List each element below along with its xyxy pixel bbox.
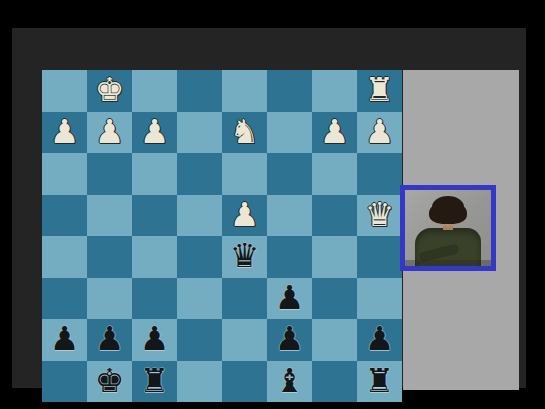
black-pawn: ♟	[275, 281, 305, 314]
board-square: ♜	[132, 361, 177, 403]
board-square	[132, 278, 177, 320]
board-square	[312, 236, 357, 278]
white-pawn: ♟	[365, 115, 395, 148]
board-square	[267, 153, 312, 195]
board-square	[222, 278, 267, 320]
board-square	[132, 153, 177, 195]
white-rook: ♜	[365, 73, 395, 106]
board-square	[42, 153, 87, 195]
white-pawn: ♟	[140, 115, 170, 148]
board-square: ♟	[42, 319, 87, 361]
board-square	[177, 361, 222, 403]
board-square	[87, 236, 132, 278]
board-square: ♛	[222, 236, 267, 278]
instructor-hair	[432, 196, 464, 218]
board-square: ♟	[357, 112, 402, 154]
board-square	[222, 153, 267, 195]
board-square: ♟	[87, 319, 132, 361]
board-square: ♞	[222, 112, 267, 154]
board-square: ♟	[312, 112, 357, 154]
board-square	[177, 236, 222, 278]
board-square	[132, 70, 177, 112]
board-square	[267, 236, 312, 278]
board-square	[177, 319, 222, 361]
black-pawn: ♟	[50, 322, 80, 355]
board-square	[222, 361, 267, 403]
board-square	[357, 278, 402, 320]
board-square	[42, 195, 87, 237]
board-square: ♟	[357, 319, 402, 361]
board-square: ♚	[87, 361, 132, 403]
board-square	[87, 278, 132, 320]
white-pawn: ♟	[50, 115, 80, 148]
white-pawn: ♟	[95, 115, 125, 148]
board-square: ♜	[357, 70, 402, 112]
black-king: ♚	[95, 364, 125, 397]
board-square: ♟	[222, 195, 267, 237]
board-square	[357, 153, 402, 195]
white-pawn: ♟	[320, 115, 350, 148]
board-square	[42, 70, 87, 112]
black-pawn: ♟	[365, 322, 395, 355]
board-square: ♟	[132, 319, 177, 361]
board-square	[177, 112, 222, 154]
black-rook: ♜	[365, 364, 395, 397]
board-square	[312, 70, 357, 112]
instructor-video-inset	[400, 185, 496, 271]
board-square: ♟	[87, 112, 132, 154]
board-square	[312, 153, 357, 195]
board-square	[312, 278, 357, 320]
black-bishop: ♝	[275, 364, 305, 397]
black-pawn: ♟	[140, 322, 170, 355]
board-square: ♚	[87, 70, 132, 112]
video-content-area: ♚♜♟♟♟♞♟♟♟♛♛♟♟♟♟♟♟♚♜♝♜	[12, 28, 526, 388]
board-square	[357, 236, 402, 278]
board-square	[267, 112, 312, 154]
board-square	[312, 361, 357, 403]
board-square: ♛	[357, 195, 402, 237]
instructor-desk-shadow	[405, 260, 491, 266]
white-pawn: ♟	[230, 198, 260, 231]
white-king: ♚	[95, 73, 125, 106]
chess-board: ♚♜♟♟♟♞♟♟♟♛♛♟♟♟♟♟♟♚♜♝♜	[42, 70, 402, 402]
board-square	[132, 236, 177, 278]
board-square	[42, 236, 87, 278]
board-square: ♜	[357, 361, 402, 403]
board-square	[132, 195, 177, 237]
board-square	[87, 153, 132, 195]
black-rook: ♜	[140, 364, 170, 397]
black-pawn: ♟	[95, 322, 125, 355]
board-square	[42, 361, 87, 403]
board-square	[222, 70, 267, 112]
black-pawn: ♟	[275, 322, 305, 355]
instructor-video-screen	[405, 190, 491, 266]
board-square: ♟	[132, 112, 177, 154]
board-square	[222, 319, 267, 361]
board-square: ♟	[267, 278, 312, 320]
board-square	[312, 195, 357, 237]
white-knight: ♞	[230, 115, 260, 148]
board-square	[87, 195, 132, 237]
board-square	[42, 278, 87, 320]
board-square: ♟	[267, 319, 312, 361]
board-square	[177, 195, 222, 237]
black-queen: ♛	[230, 239, 260, 272]
board-square	[177, 70, 222, 112]
board-square	[267, 70, 312, 112]
board-square: ♟	[42, 112, 87, 154]
board-square	[177, 153, 222, 195]
board-square: ♝	[267, 361, 312, 403]
white-queen: ♛	[365, 198, 395, 231]
board-square	[312, 319, 357, 361]
board-square	[177, 278, 222, 320]
video-player-frame: ♚♜♟♟♟♞♟♟♟♛♛♟♟♟♟♟♟♚♜♝♜	[0, 0, 545, 409]
board-square	[267, 195, 312, 237]
